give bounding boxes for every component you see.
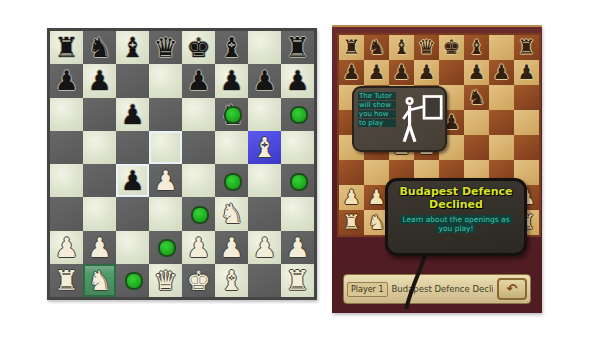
legal-move-dot[interactable] — [125, 272, 143, 290]
status-bar: Player 1 Budapest Defence Declined ↶ — [343, 274, 531, 304]
legal-move-dot[interactable] — [224, 106, 242, 124]
legal-move-dot[interactable] — [290, 173, 308, 191]
square-g7[interactable]: ♟ — [489, 60, 514, 85]
chess-app-right: ♜♞♝♛♚♝♜♟♟♟♟♟♟♟♞♟♟♟♟♟♟♟♟♟♜♞♝♛♚♝♞♜ The Tut… — [332, 25, 542, 313]
square-b6[interactable] — [83, 98, 116, 131]
square-g6[interactable] — [248, 98, 281, 131]
square-a2[interactable]: ♟ — [339, 185, 364, 210]
square-h2[interactable]: ♟ — [281, 231, 314, 264]
black-rook: ♜ — [339, 35, 364, 60]
square-a5[interactable] — [50, 131, 83, 164]
legal-move-dot[interactable] — [290, 106, 308, 124]
square-a1[interactable]: ♜ — [339, 210, 364, 235]
square-f4[interactable] — [215, 164, 248, 197]
square-a7[interactable]: ♟ — [50, 64, 83, 97]
white-knight: ♞ — [83, 264, 116, 297]
screenshot-canvas: ♜♞♝♛♚♝♜♟♟♟♟♟♟♟♞♝♟♟♞♟♟♟♟♟♟♜♞♛♚♝♜ ♜♞♝♛♚♝♜♟… — [0, 0, 600, 337]
black-knight: ♞ — [83, 31, 116, 64]
square-b8[interactable]: ♞ — [364, 35, 389, 60]
square-f8[interactable]: ♝ — [464, 35, 489, 60]
white-rook: ♜ — [281, 264, 314, 297]
white-bishop: ♝ — [248, 131, 281, 164]
chess-app-left: ♜♞♝♛♚♝♜♟♟♟♟♟♟♟♞♝♟♟♞♟♟♟♟♟♟♜♞♛♚♝♜ — [47, 28, 317, 300]
black-pawn: ♟ — [116, 98, 149, 131]
square-c4[interactable]: ♟ — [116, 164, 149, 197]
black-pawn: ♟ — [281, 64, 314, 97]
black-pawn: ♟ — [489, 60, 514, 85]
white-pawn: ♟ — [339, 185, 364, 210]
square-a8[interactable]: ♜ — [339, 35, 364, 60]
tutor-caption-line: you how — [358, 110, 396, 118]
legal-move-dot[interactable] — [224, 173, 242, 191]
square-h8[interactable]: ♜ — [281, 31, 314, 64]
square-a1[interactable]: ♜ — [50, 264, 83, 297]
square-e8[interactable]: ♚ — [439, 35, 464, 60]
square-d6[interactable] — [149, 98, 182, 131]
square-e5[interactable] — [182, 131, 215, 164]
black-pawn: ♟ — [182, 64, 215, 97]
square-h6[interactable] — [281, 98, 314, 131]
legal-move-dot[interactable] — [158, 239, 176, 257]
square-g4[interactable] — [489, 135, 514, 160]
legal-move-dot[interactable] — [191, 206, 209, 224]
black-pawn: ♟ — [414, 60, 439, 85]
black-pawn: ♟ — [248, 64, 281, 97]
black-pawn: ♟ — [215, 64, 248, 97]
black-rook: ♜ — [50, 31, 83, 64]
square-c6[interactable]: ♟ — [116, 98, 149, 131]
square-f7[interactable]: ♟ — [215, 64, 248, 97]
square-h1[interactable]: ♜ — [281, 264, 314, 297]
square-d5[interactable] — [149, 131, 182, 164]
undo-button[interactable]: ↶ — [497, 278, 527, 300]
black-pawn: ♟ — [339, 60, 364, 85]
square-e7[interactable] — [439, 60, 464, 85]
white-queen: ♛ — [149, 264, 182, 297]
black-queen: ♛ — [414, 35, 439, 60]
black-pawn: ♟ — [83, 64, 116, 97]
opening-caption-line2: you play! — [436, 224, 475, 233]
black-knight: ♞ — [464, 85, 489, 110]
square-b4[interactable] — [83, 164, 116, 197]
square-b8[interactable]: ♞ — [83, 31, 116, 64]
square-b3[interactable] — [83, 197, 116, 230]
square-b7[interactable]: ♟ — [83, 64, 116, 97]
square-h5[interactable] — [514, 110, 539, 135]
white-pawn: ♟ — [50, 231, 83, 264]
square-h3[interactable] — [281, 197, 314, 230]
square-h7[interactable]: ♟ — [281, 64, 314, 97]
tutor-figure-icon — [396, 92, 443, 148]
square-a6[interactable] — [50, 98, 83, 131]
square-a2[interactable]: ♟ — [50, 231, 83, 264]
square-g8[interactable] — [489, 35, 514, 60]
white-bishop: ♝ — [215, 264, 248, 297]
black-pawn: ♟ — [464, 60, 489, 85]
square-b1[interactable]: ♞ — [83, 264, 116, 297]
square-h7[interactable]: ♟ — [514, 60, 539, 85]
white-pawn: ♟ — [182, 231, 215, 264]
square-f2[interactable]: ♟ — [215, 231, 248, 264]
square-f8[interactable]: ♝ — [215, 31, 248, 64]
square-g1[interactable] — [248, 264, 281, 297]
speech-bubble-tail — [394, 249, 434, 313]
black-pawn: ♟ — [389, 60, 414, 85]
square-h6[interactable] — [514, 85, 539, 110]
black-bishop: ♝ — [389, 35, 414, 60]
white-king: ♚ — [182, 264, 215, 297]
square-d2[interactable] — [149, 231, 182, 264]
black-king: ♚ — [439, 35, 464, 60]
square-f1[interactable]: ♝ — [215, 264, 248, 297]
square-d7[interactable]: ♟ — [414, 60, 439, 85]
square-g6[interactable] — [489, 85, 514, 110]
square-c8[interactable]: ♝ — [116, 31, 149, 64]
white-pawn: ♟ — [215, 231, 248, 264]
square-f5[interactable] — [215, 131, 248, 164]
square-g8[interactable] — [248, 31, 281, 64]
square-f4[interactable] — [464, 135, 489, 160]
black-king: ♚ — [182, 31, 215, 64]
square-c7[interactable]: ♟ — [389, 60, 414, 85]
black-pawn: ♟ — [116, 164, 149, 197]
square-c2[interactable] — [116, 231, 149, 264]
square-d8[interactable]: ♛ — [414, 35, 439, 60]
square-f3[interactable]: ♞ — [215, 197, 248, 230]
square-a8[interactable]: ♜ — [50, 31, 83, 64]
square-e7[interactable]: ♟ — [182, 64, 215, 97]
square-a3[interactable] — [50, 197, 83, 230]
square-a4[interactable] — [50, 164, 83, 197]
square-g3[interactable] — [248, 197, 281, 230]
opening-caption-line1: Learn about the openings as — [400, 215, 511, 224]
square-g5[interactable]: ♝ — [248, 131, 281, 164]
square-b7[interactable]: ♟ — [364, 60, 389, 85]
tutor-caption: The Tutor will show you how to play — [358, 92, 396, 148]
square-e2[interactable]: ♟ — [182, 231, 215, 264]
square-d8[interactable]: ♛ — [149, 31, 182, 64]
white-rook: ♜ — [50, 264, 83, 297]
square-g5[interactable] — [489, 110, 514, 135]
chess-board-left: ♜♞♝♛♚♝♜♟♟♟♟♟♟♟♞♝♟♟♞♟♟♟♟♟♟♜♞♛♚♝♜ — [50, 31, 314, 297]
square-h4[interactable] — [514, 135, 539, 160]
square-b2[interactable]: ♟ — [83, 231, 116, 264]
white-pawn: ♟ — [281, 231, 314, 264]
black-queen: ♛ — [149, 31, 182, 64]
square-g4[interactable] — [248, 164, 281, 197]
square-a3[interactable] — [339, 160, 364, 185]
tutor-caption-line: will show — [358, 101, 396, 109]
black-pawn: ♟ — [514, 60, 539, 85]
black-pawn: ♟ — [50, 64, 83, 97]
square-b3[interactable] — [364, 160, 389, 185]
square-d7[interactable] — [149, 64, 182, 97]
square-c8[interactable]: ♝ — [389, 35, 414, 60]
square-d4[interactable]: ♟ — [149, 164, 182, 197]
square-f6[interactable]: ♞ — [464, 85, 489, 110]
black-rook: ♜ — [514, 35, 539, 60]
square-h5[interactable] — [281, 131, 314, 164]
square-d3[interactable] — [149, 197, 182, 230]
square-a7[interactable]: ♟ — [339, 60, 364, 85]
square-f7[interactable]: ♟ — [464, 60, 489, 85]
white-pawn: ♟ — [149, 164, 182, 197]
square-e4[interactable] — [182, 164, 215, 197]
tutor-caption-line: to play — [358, 119, 396, 127]
square-e3[interactable] — [182, 197, 215, 230]
square-g7[interactable]: ♟ — [248, 64, 281, 97]
white-pawn: ♟ — [83, 231, 116, 264]
tutor-caption-line: The Tutor — [358, 92, 396, 100]
black-knight: ♞ — [364, 35, 389, 60]
square-b5[interactable] — [83, 131, 116, 164]
black-pawn: ♟ — [364, 60, 389, 85]
white-rook: ♜ — [339, 210, 364, 235]
opening-title-line1: Budapest Defence — [391, 185, 521, 198]
square-g2[interactable]: ♟ — [248, 231, 281, 264]
square-f5[interactable] — [464, 110, 489, 135]
square-e1[interactable]: ♚ — [182, 264, 215, 297]
player-label: Player 1 — [347, 282, 388, 297]
square-h4[interactable] — [281, 164, 314, 197]
opening-title-line2: Declined — [391, 198, 521, 211]
square-c7[interactable] — [116, 64, 149, 97]
square-f6[interactable]: ♞ — [215, 98, 248, 131]
black-bishop: ♝ — [116, 31, 149, 64]
square-c5[interactable] — [116, 131, 149, 164]
black-bishop: ♝ — [464, 35, 489, 60]
black-rook: ♜ — [281, 31, 314, 64]
square-e6[interactable] — [182, 98, 215, 131]
white-knight: ♞ — [215, 197, 248, 230]
opening-bubble: Budapest Defence Declined Learn about th… — [385, 178, 527, 256]
black-bishop: ♝ — [215, 31, 248, 64]
square-e8[interactable]: ♚ — [182, 31, 215, 64]
square-c3[interactable] — [116, 197, 149, 230]
tutor-panel: The Tutor will show you how to play — [352, 86, 447, 152]
white-pawn: ♟ — [248, 231, 281, 264]
square-d1[interactable]: ♛ — [149, 264, 182, 297]
square-h8[interactable]: ♜ — [514, 35, 539, 60]
square-c1[interactable] — [116, 264, 149, 297]
